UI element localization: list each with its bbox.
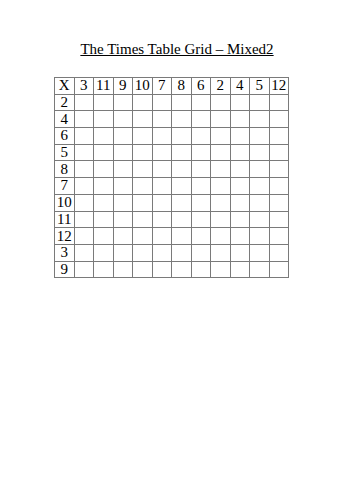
answer-cell[interactable] xyxy=(113,244,133,261)
answer-cell[interactable] xyxy=(74,261,94,278)
answer-cell[interactable] xyxy=(133,178,153,195)
answer-cell[interactable] xyxy=(191,161,211,178)
answer-cell[interactable] xyxy=(74,211,94,228)
answer-cell[interactable] xyxy=(191,128,211,145)
answer-cell[interactable] xyxy=(74,178,94,195)
answer-cell[interactable] xyxy=(94,244,114,261)
answer-cell[interactable] xyxy=(113,211,133,228)
answer-cell[interactable] xyxy=(191,178,211,195)
grid-row: 8 xyxy=(55,161,289,178)
answer-cell[interactable] xyxy=(152,94,172,111)
col-header-cell: 2 xyxy=(211,78,231,95)
col-header-cell: 4 xyxy=(230,78,250,95)
answer-cell[interactable] xyxy=(133,244,153,261)
answer-cell[interactable] xyxy=(269,144,289,161)
answer-cell[interactable] xyxy=(250,211,270,228)
answer-cell[interactable] xyxy=(250,228,270,245)
answer-cell[interactable] xyxy=(133,194,153,211)
answer-cell[interactable] xyxy=(230,244,250,261)
answer-cell[interactable] xyxy=(113,128,133,145)
answer-cell[interactable] xyxy=(172,211,192,228)
grid-row: 11 xyxy=(55,211,289,228)
answer-cell[interactable] xyxy=(211,244,231,261)
grid-row: 12 xyxy=(55,228,289,245)
answer-cell[interactable] xyxy=(172,261,192,278)
answer-cell[interactable] xyxy=(152,211,172,228)
answer-cell[interactable] xyxy=(74,94,94,111)
answer-cell[interactable] xyxy=(211,228,231,245)
answer-cell[interactable] xyxy=(230,161,250,178)
answer-cell[interactable] xyxy=(94,194,114,211)
grid-row: 9 xyxy=(55,261,289,278)
answer-cell[interactable] xyxy=(250,161,270,178)
grid-row: 3 xyxy=(55,244,289,261)
row-header-cell: 11 xyxy=(55,211,75,228)
answer-cell[interactable] xyxy=(152,178,172,195)
row-header-cell: 8 xyxy=(55,161,75,178)
answer-cell[interactable] xyxy=(74,111,94,128)
answer-cell[interactable] xyxy=(74,144,94,161)
answer-cell[interactable] xyxy=(230,144,250,161)
grid-corner-cell: X xyxy=(55,78,75,95)
answer-cell[interactable] xyxy=(113,228,133,245)
answer-cell[interactable] xyxy=(191,94,211,111)
answer-cell[interactable] xyxy=(133,161,153,178)
answer-cell[interactable] xyxy=(94,94,114,111)
answer-cell[interactable] xyxy=(172,128,192,145)
answer-cell[interactable] xyxy=(230,178,250,195)
answer-cell[interactable] xyxy=(269,128,289,145)
answer-cell[interactable] xyxy=(172,244,192,261)
answer-cell[interactable] xyxy=(269,111,289,128)
answer-cell[interactable] xyxy=(133,228,153,245)
answer-cell[interactable] xyxy=(94,211,114,228)
answer-cell[interactable] xyxy=(94,128,114,145)
row-header-cell: 4 xyxy=(55,111,75,128)
answer-cell[interactable] xyxy=(74,244,94,261)
answer-cell[interactable] xyxy=(133,261,153,278)
answer-cell[interactable] xyxy=(113,144,133,161)
answer-cell[interactable] xyxy=(172,111,192,128)
col-header-cell: 11 xyxy=(94,78,114,95)
col-header-cell: 8 xyxy=(172,78,192,95)
answer-cell[interactable] xyxy=(74,128,94,145)
grid-row: 6 xyxy=(55,128,289,145)
answer-cell[interactable] xyxy=(172,161,192,178)
answer-cell[interactable] xyxy=(269,194,289,211)
row-header-cell: 7 xyxy=(55,178,75,195)
answer-cell[interactable] xyxy=(94,161,114,178)
answer-cell[interactable] xyxy=(74,228,94,245)
row-header-cell: 10 xyxy=(55,194,75,211)
answer-cell[interactable] xyxy=(74,194,94,211)
col-header-cell: 9 xyxy=(113,78,133,95)
grid-row: 7 xyxy=(55,178,289,195)
times-table-grid: X3119107862451224658710111239 xyxy=(54,77,289,278)
answer-cell[interactable] xyxy=(211,144,231,161)
answer-cell[interactable] xyxy=(250,128,270,145)
answer-cell[interactable] xyxy=(152,144,172,161)
grid-row: 10 xyxy=(55,194,289,211)
answer-cell[interactable] xyxy=(94,144,114,161)
row-header-cell: 9 xyxy=(55,261,75,278)
row-header-cell: 5 xyxy=(55,144,75,161)
answer-cell[interactable] xyxy=(269,228,289,245)
answer-cell[interactable] xyxy=(133,211,153,228)
answer-cell[interactable] xyxy=(94,178,114,195)
answer-cell[interactable] xyxy=(152,194,172,211)
answer-cell[interactable] xyxy=(113,161,133,178)
row-header-cell: 3 xyxy=(55,244,75,261)
answer-cell[interactable] xyxy=(211,178,231,195)
col-header-cell: 6 xyxy=(191,78,211,95)
answer-cell[interactable] xyxy=(230,261,250,278)
answer-cell[interactable] xyxy=(152,244,172,261)
answer-cell[interactable] xyxy=(211,161,231,178)
answer-cell[interactable] xyxy=(269,178,289,195)
row-header-cell: 6 xyxy=(55,128,75,145)
answer-cell[interactable] xyxy=(191,244,211,261)
answer-cell[interactable] xyxy=(191,228,211,245)
answer-cell[interactable] xyxy=(152,111,172,128)
answer-cell[interactable] xyxy=(250,261,270,278)
answer-cell[interactable] xyxy=(250,178,270,195)
col-header-cell: 12 xyxy=(269,78,289,95)
answer-cell[interactable] xyxy=(113,194,133,211)
answer-cell[interactable] xyxy=(230,111,250,128)
answer-cell[interactable] xyxy=(152,261,172,278)
answer-cell[interactable] xyxy=(191,194,211,211)
page-title: The Times Table Grid – Mixed2 xyxy=(0,0,354,58)
answer-cell[interactable] xyxy=(230,94,250,111)
answer-cell[interactable] xyxy=(230,211,250,228)
answer-cell[interactable] xyxy=(250,144,270,161)
answer-cell[interactable] xyxy=(133,128,153,145)
answer-cell[interactable] xyxy=(113,111,133,128)
answer-cell[interactable] xyxy=(172,144,192,161)
answer-cell[interactable] xyxy=(211,94,231,111)
row-header-cell: 2 xyxy=(55,94,75,111)
answer-cell[interactable] xyxy=(94,111,114,128)
answer-cell[interactable] xyxy=(269,94,289,111)
grid-header-row: X31191078624512 xyxy=(55,78,289,95)
answer-cell[interactable] xyxy=(133,111,153,128)
col-header-cell: 5 xyxy=(250,78,270,95)
answer-cell[interactable] xyxy=(172,228,192,245)
answer-cell[interactable] xyxy=(94,228,114,245)
answer-cell[interactable] xyxy=(172,94,192,111)
answer-cell[interactable] xyxy=(211,261,231,278)
grid-row: 4 xyxy=(55,111,289,128)
answer-cell[interactable] xyxy=(230,228,250,245)
answer-cell[interactable] xyxy=(152,128,172,145)
col-header-cell: 7 xyxy=(152,78,172,95)
answer-cell[interactable] xyxy=(113,94,133,111)
answer-cell[interactable] xyxy=(250,194,270,211)
times-table-grid-body: X3119107862451224658710111239 xyxy=(55,78,289,278)
answer-cell[interactable] xyxy=(269,261,289,278)
answer-cell[interactable] xyxy=(211,211,231,228)
grid-row: 5 xyxy=(55,144,289,161)
answer-cell[interactable] xyxy=(269,211,289,228)
answer-cell[interactable] xyxy=(269,161,289,178)
answer-cell[interactable] xyxy=(211,128,231,145)
answer-cell[interactable] xyxy=(191,211,211,228)
grid-row: 2 xyxy=(55,94,289,111)
answer-cell[interactable] xyxy=(191,144,211,161)
answer-cell[interactable] xyxy=(250,94,270,111)
answer-cell[interactable] xyxy=(191,261,211,278)
answer-cell[interactable] xyxy=(230,128,250,145)
answer-cell[interactable] xyxy=(211,194,231,211)
answer-cell[interactable] xyxy=(113,261,133,278)
col-header-cell: 3 xyxy=(74,78,94,95)
answer-cell[interactable] xyxy=(113,178,133,195)
answer-cell[interactable] xyxy=(133,144,153,161)
answer-cell[interactable] xyxy=(152,161,172,178)
answer-cell[interactable] xyxy=(211,111,231,128)
answer-cell[interactable] xyxy=(172,178,192,195)
answer-cell[interactable] xyxy=(191,111,211,128)
worksheet-page: The Times Table Grid – Mixed2 X311910786… xyxy=(0,0,354,500)
answer-cell[interactable] xyxy=(172,194,192,211)
answer-cell[interactable] xyxy=(230,194,250,211)
answer-cell[interactable] xyxy=(74,161,94,178)
page-title-text: The Times Table Grid – Mixed2 xyxy=(80,41,273,57)
answer-cell[interactable] xyxy=(133,94,153,111)
col-header-cell: 10 xyxy=(133,78,153,95)
answer-cell[interactable] xyxy=(152,228,172,245)
answer-cell[interactable] xyxy=(269,244,289,261)
answer-cell[interactable] xyxy=(250,111,270,128)
answer-cell[interactable] xyxy=(250,244,270,261)
answer-cell[interactable] xyxy=(94,261,114,278)
row-header-cell: 12 xyxy=(55,228,75,245)
